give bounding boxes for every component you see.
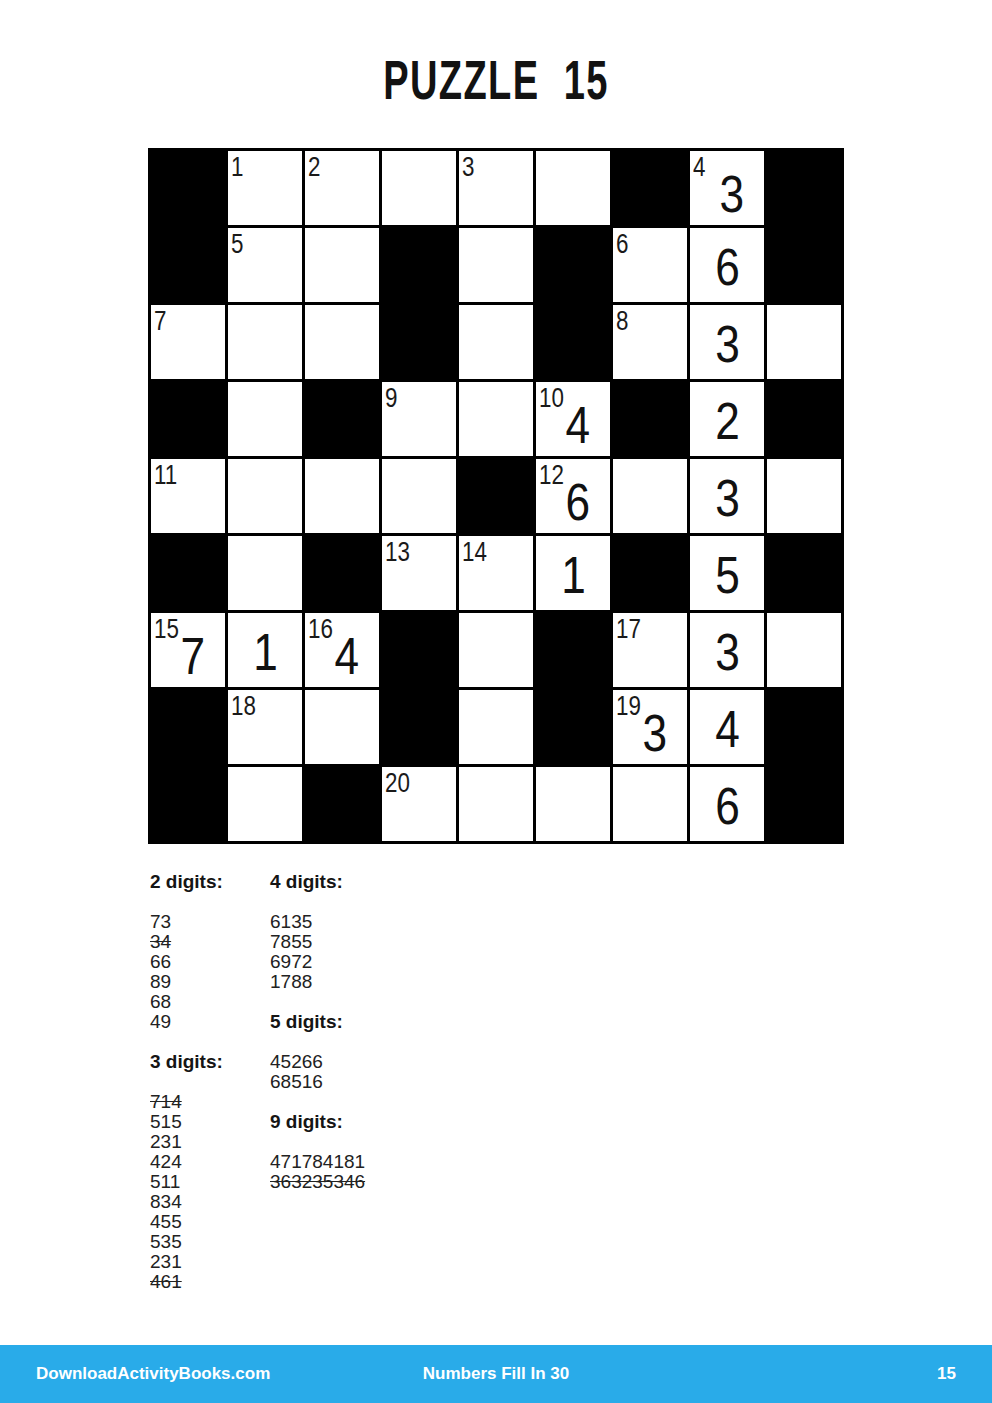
clue-list-spacer xyxy=(270,892,510,912)
grid-cell[interactable]: 2 xyxy=(305,151,379,225)
grid-cell[interactable]: 104 xyxy=(536,382,610,456)
clue-list-spacer xyxy=(270,1032,510,1052)
grid-cell-black xyxy=(305,767,379,841)
grid-cell[interactable]: 4 xyxy=(690,690,764,764)
clue-list-spacer xyxy=(270,1132,510,1152)
clue-list-entry: 424 xyxy=(150,1152,270,1172)
clue-list-entry: 45266 xyxy=(270,1052,510,1072)
grid-cell[interactable] xyxy=(382,459,456,533)
grid-cell[interactable]: 3 xyxy=(690,459,764,533)
clue-list-entry: 66 xyxy=(150,952,270,972)
grid-cell-black xyxy=(382,690,456,764)
clue-list-entry: 49 xyxy=(150,1012,270,1032)
cell-filled-digit: 3 xyxy=(719,164,744,220)
grid-cell[interactable] xyxy=(459,305,533,379)
cell-filled-digit: 3 xyxy=(715,314,740,370)
grid-cell[interactable] xyxy=(613,767,687,841)
clue-list-entry: 231 xyxy=(150,1252,270,1272)
grid-cell-black xyxy=(382,228,456,302)
grid-cell[interactable] xyxy=(305,305,379,379)
grid-cell[interactable]: 7 xyxy=(151,305,225,379)
grid-cell[interactable] xyxy=(536,151,610,225)
cell-clue-number: 20 xyxy=(385,769,410,797)
grid-cell[interactable] xyxy=(767,305,841,379)
clue-list-entry: 6135 xyxy=(270,912,510,932)
grid-cell[interactable]: 1 xyxy=(228,613,302,687)
grid-cell[interactable] xyxy=(228,382,302,456)
grid-cell[interactable] xyxy=(305,459,379,533)
grid-cell[interactable] xyxy=(459,613,533,687)
grid-cell[interactable]: 5 xyxy=(228,228,302,302)
clue-list-entry: 231 xyxy=(150,1132,270,1152)
grid-cell-black xyxy=(382,613,456,687)
clue-list-header: 2 digits: xyxy=(150,872,270,892)
clue-list-entry: 68516 xyxy=(270,1072,510,1092)
clue-list-spacer xyxy=(270,1092,510,1112)
grid-cell[interactable]: 20 xyxy=(382,767,456,841)
puzzle-title: PUZZLE 15 xyxy=(159,52,834,108)
grid-cell[interactable] xyxy=(767,459,841,533)
grid-cell-black xyxy=(767,382,841,456)
cell-clue-number: 15 xyxy=(154,615,179,643)
clues-right: 4 digits: 6135785569721788 5 digits: 452… xyxy=(270,872,510,1292)
grid-cell-black xyxy=(613,536,687,610)
clue-list-spacer xyxy=(150,1072,270,1092)
grid-cell[interactable]: 9 xyxy=(382,382,456,456)
cell-filled-digit: 5 xyxy=(715,545,740,601)
grid-cell[interactable]: 5 xyxy=(690,536,764,610)
clue-list-entry: 455 xyxy=(150,1212,270,1232)
grid-cell-black xyxy=(613,382,687,456)
grid-cell[interactable] xyxy=(228,459,302,533)
grid-cell[interactable]: 1 xyxy=(228,151,302,225)
cell-clue-number: 18 xyxy=(231,692,256,720)
cell-filled-digit: 6 xyxy=(715,776,740,832)
grid-cell[interactable] xyxy=(459,767,533,841)
grid-cell-black xyxy=(536,613,610,687)
footer-page-number: 15 xyxy=(937,1364,956,1384)
grid-cell[interactable]: 157 xyxy=(151,613,225,687)
clue-list-entry: 363235346 xyxy=(270,1172,510,1192)
clues-left: 2 digits: 733466896849 3 digits: 7145152… xyxy=(150,872,270,1292)
clue-list-entry: 34 xyxy=(150,932,270,952)
footer-book-title: Numbers Fill In 30 xyxy=(0,1364,992,1384)
clue-list-entry: 7855 xyxy=(270,932,510,952)
grid-cell[interactable]: 18 xyxy=(228,690,302,764)
grid-cell-black xyxy=(151,536,225,610)
footer-bar: DownloadActivityBooks.com Numbers Fill I… xyxy=(0,1345,992,1403)
grid-cell[interactable] xyxy=(767,613,841,687)
cell-filled-digit: 4 xyxy=(715,699,740,755)
grid-cell[interactable] xyxy=(613,459,687,533)
cell-clue-number: 19 xyxy=(616,692,641,720)
grid-cell-black xyxy=(151,690,225,764)
clue-list-spacer xyxy=(150,1032,270,1052)
cell-clue-number: 7 xyxy=(154,307,166,335)
cell-clue-number: 3 xyxy=(462,153,474,181)
clue-list-entry: 535 xyxy=(150,1232,270,1252)
grid-cell-black xyxy=(151,151,225,225)
grid-cell[interactable]: 164 xyxy=(305,613,379,687)
cell-filled-digit: 3 xyxy=(715,622,740,678)
grid-cell-black xyxy=(767,228,841,302)
grid-cell[interactable]: 6 xyxy=(690,767,764,841)
grid-cell[interactable] xyxy=(228,767,302,841)
clue-list-entry: 89 xyxy=(150,972,270,992)
clue-list-header: 3 digits: xyxy=(150,1052,270,1072)
number-lists: 2 digits: 733466896849 3 digits: 7145152… xyxy=(150,872,510,1292)
grid-cell[interactable]: 6 xyxy=(690,228,764,302)
cell-clue-number: 13 xyxy=(385,538,410,566)
cell-clue-number: 8 xyxy=(616,307,628,335)
grid-cell[interactable]: 8 xyxy=(613,305,687,379)
page: { "game": "number fill-in (criss-cross) … xyxy=(0,0,992,1403)
grid-cell-black xyxy=(151,228,225,302)
cell-clue-number: 2 xyxy=(308,153,320,181)
clue-list-entry: 834 xyxy=(150,1192,270,1212)
clue-list-header: 9 digits: xyxy=(270,1112,510,1132)
grid-cell[interactable]: 193 xyxy=(613,690,687,764)
clue-list-spacer xyxy=(150,892,270,912)
grid-cell-black xyxy=(536,228,610,302)
puzzle-grid: 1234356678391042111263131415157116417318… xyxy=(148,148,844,844)
grid-cell[interactable] xyxy=(382,151,456,225)
grid-cell-black xyxy=(305,536,379,610)
grid-cell[interactable]: 17 xyxy=(613,613,687,687)
cell-clue-number: 12 xyxy=(539,461,564,489)
cell-filled-digit: 6 xyxy=(565,472,590,528)
clue-list-entry: 6972 xyxy=(270,952,510,972)
cell-filled-digit: 3 xyxy=(642,703,667,759)
grid-cell[interactable]: 14 xyxy=(459,536,533,610)
grid-cell-black xyxy=(767,767,841,841)
grid-cell-black xyxy=(613,151,687,225)
cell-filled-digit: 1 xyxy=(561,545,586,601)
grid-cell-black xyxy=(767,536,841,610)
cell-clue-number: 5 xyxy=(231,230,243,258)
grid-cell-black xyxy=(382,305,456,379)
grid-cell[interactable]: 13 xyxy=(382,536,456,610)
clue-list-entry: 1788 xyxy=(270,972,510,992)
grid-cell[interactable]: 3 xyxy=(459,151,533,225)
grid-cell[interactable]: 43 xyxy=(690,151,764,225)
grid-cell-black xyxy=(151,767,225,841)
cell-clue-number: 4 xyxy=(693,153,705,181)
cell-clue-number: 10 xyxy=(539,384,564,412)
grid-cell[interactable]: 1 xyxy=(536,536,610,610)
grid-cell-black xyxy=(151,382,225,456)
grid-cell[interactable]: 126 xyxy=(536,459,610,533)
grid-cell-black xyxy=(767,690,841,764)
clue-list-entry: 73 xyxy=(150,912,270,932)
grid-cell[interactable]: 3 xyxy=(690,305,764,379)
grid-cell-black xyxy=(459,459,533,533)
grid-cell-black xyxy=(536,305,610,379)
cell-clue-number: 11 xyxy=(154,461,177,489)
grid-cell-black xyxy=(536,690,610,764)
grid-cell[interactable]: 2 xyxy=(690,382,764,456)
grid-cell[interactable] xyxy=(459,382,533,456)
cell-clue-number: 17 xyxy=(616,615,641,643)
cell-clue-number: 6 xyxy=(616,230,628,258)
grid-cell[interactable] xyxy=(228,536,302,610)
grid-cell[interactable] xyxy=(459,690,533,764)
grid-cell[interactable] xyxy=(459,228,533,302)
clue-list-entry: 511 xyxy=(150,1172,270,1192)
cell-filled-digit: 4 xyxy=(565,395,590,451)
clue-list-entry: 471784181 xyxy=(270,1152,510,1172)
grid-cell[interactable]: 3 xyxy=(690,613,764,687)
clue-list-entry: 68 xyxy=(150,992,270,1012)
grid-cell[interactable]: 6 xyxy=(613,228,687,302)
cell-clue-number: 9 xyxy=(385,384,397,412)
cell-filled-digit: 1 xyxy=(253,622,278,678)
clue-list-entry: 714 xyxy=(150,1092,270,1112)
grid-cell-black xyxy=(767,151,841,225)
grid-cell-black xyxy=(305,382,379,456)
cell-filled-digit: 4 xyxy=(334,626,359,682)
grid-cell[interactable]: 11 xyxy=(151,459,225,533)
clue-list-header: 5 digits: xyxy=(270,1012,510,1032)
grid-cell[interactable] xyxy=(536,767,610,841)
grid-cell[interactable] xyxy=(305,228,379,302)
cell-filled-digit: 2 xyxy=(715,391,740,447)
cell-clue-number: 16 xyxy=(308,615,333,643)
grid-cell[interactable] xyxy=(305,690,379,764)
cell-clue-number: 14 xyxy=(462,538,487,566)
clue-list-spacer xyxy=(270,992,510,1012)
grid-cell[interactable] xyxy=(228,305,302,379)
clue-list-entry: 461 xyxy=(150,1272,270,1292)
cell-filled-digit: 6 xyxy=(715,237,740,293)
cell-clue-number: 1 xyxy=(231,153,243,181)
cell-filled-digit: 7 xyxy=(180,626,205,682)
clue-list-entry: 515 xyxy=(150,1112,270,1132)
cell-filled-digit: 3 xyxy=(715,468,740,524)
clue-list-header: 4 digits: xyxy=(270,872,510,892)
